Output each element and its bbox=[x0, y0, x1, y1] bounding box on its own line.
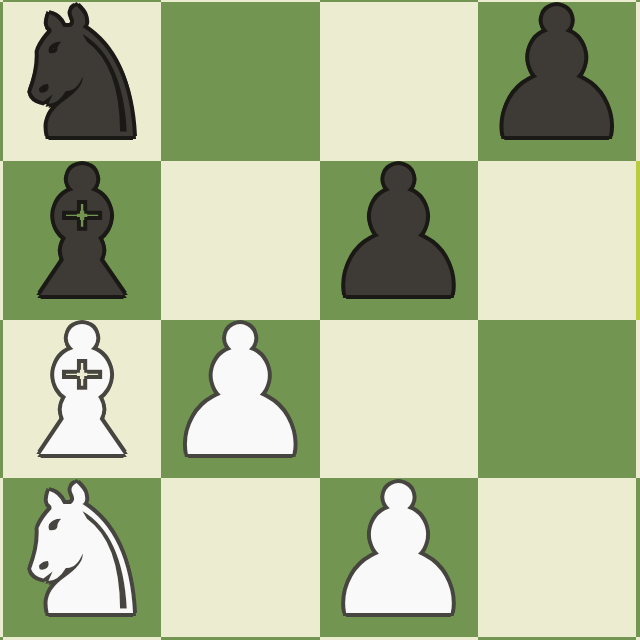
square-d6[interactable] bbox=[161, 2, 319, 161]
square-d4[interactable]: ♟ bbox=[161, 320, 319, 479]
square-f5[interactable] bbox=[478, 161, 636, 320]
black-pawn-f6[interactable]: ♟ bbox=[478, 2, 636, 154]
square-f3[interactable] bbox=[478, 478, 636, 637]
white-pawn-e3[interactable]: ♟ bbox=[320, 478, 478, 630]
square-c3[interactable]: ♞ bbox=[3, 478, 161, 637]
white-pawn-d4[interactable]: ♟ bbox=[161, 320, 319, 472]
square-c5[interactable]: ♝ bbox=[3, 161, 161, 320]
black-bishop-c5[interactable]: ♝ bbox=[3, 161, 161, 313]
edge-sliver-square-g3 bbox=[636, 478, 640, 637]
square-e5[interactable]: ♟ bbox=[320, 161, 478, 320]
square-c4[interactable]: ♝ bbox=[3, 320, 161, 479]
square-e4[interactable] bbox=[320, 320, 478, 479]
square-f4[interactable] bbox=[478, 320, 636, 479]
square-e3[interactable]: ♟ bbox=[320, 478, 478, 637]
edge-sliver-square-g4 bbox=[636, 320, 640, 479]
edge-sliver-square-g6 bbox=[636, 2, 640, 161]
white-knight-c3[interactable]: ♞ bbox=[3, 478, 161, 630]
chess-board: ♞♟♝♟♝♟♞♟ bbox=[0, 0, 640, 640]
square-e6[interactable] bbox=[320, 2, 478, 161]
black-knight-c6[interactable]: ♞ bbox=[3, 2, 161, 154]
square-d3[interactable] bbox=[161, 478, 319, 637]
white-bishop-c4[interactable]: ♝ bbox=[3, 320, 161, 472]
black-pawn-e5[interactable]: ♟ bbox=[320, 161, 478, 313]
edge-sliver-square-g5 bbox=[636, 161, 640, 320]
square-c6[interactable]: ♞ bbox=[3, 2, 161, 161]
square-d5[interactable] bbox=[161, 161, 319, 320]
square-f6[interactable]: ♟ bbox=[478, 2, 636, 161]
